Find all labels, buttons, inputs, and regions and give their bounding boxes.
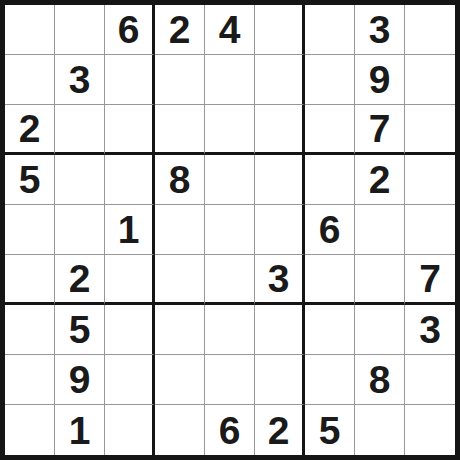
sudoku-cell-r5c8[interactable]: [355, 205, 405, 255]
sudoku-cell-r1c2[interactable]: [55, 5, 105, 55]
sudoku-cell-r7c4[interactable]: [155, 305, 205, 355]
sudoku-cell-r7c8[interactable]: [355, 305, 405, 355]
sudoku-cell-r1c1[interactable]: [5, 5, 55, 55]
sudoku-cell-r3c6[interactable]: [255, 105, 305, 155]
sudoku-cell-r3c8: 7: [355, 105, 405, 155]
sudoku-cell-r6c6: 3: [255, 255, 305, 305]
sudoku-cell-r4c7[interactable]: [305, 155, 355, 205]
sudoku-cell-r6c5[interactable]: [205, 255, 255, 305]
sudoku-cell-r7c7[interactable]: [305, 305, 355, 355]
sudoku-cell-r9c5: 6: [205, 405, 255, 455]
sudoku-cell-r1c6[interactable]: [255, 5, 305, 55]
sudoku-cell-r9c9[interactable]: [405, 405, 455, 455]
sudoku-cell-r3c2[interactable]: [55, 105, 105, 155]
sudoku-cell-r4c5[interactable]: [205, 155, 255, 205]
sudoku-cell-r3c9[interactable]: [405, 105, 455, 155]
sudoku-cell-r6c1[interactable]: [5, 255, 55, 305]
sudoku-cell-r2c9[interactable]: [405, 55, 455, 105]
sudoku-cell-r2c5[interactable]: [205, 55, 255, 105]
sudoku-cell-r5c1[interactable]: [5, 205, 55, 255]
sudoku-cell-r4c2[interactable]: [55, 155, 105, 205]
sudoku-cell-r3c7[interactable]: [305, 105, 355, 155]
sudoku-cell-r2c3[interactable]: [105, 55, 155, 105]
sudoku-cell-r2c2: 3: [55, 55, 105, 105]
sudoku-cell-r2c4[interactable]: [155, 55, 205, 105]
sudoku-cell-r6c2: 2: [55, 255, 105, 305]
sudoku-cell-r4c3[interactable]: [105, 155, 155, 205]
sudoku-cell-r1c9[interactable]: [405, 5, 455, 55]
sudoku-cell-r5c2[interactable]: [55, 205, 105, 255]
sudoku-board: 624339275821623753981625: [0, 0, 460, 460]
sudoku-cell-r5c7: 6: [305, 205, 355, 255]
sudoku-cell-r3c3[interactable]: [105, 105, 155, 155]
sudoku-cell-r3c4[interactable]: [155, 105, 205, 155]
sudoku-cell-r8c2: 9: [55, 355, 105, 405]
sudoku-cell-r2c7[interactable]: [305, 55, 355, 105]
sudoku-cell-r3c1: 2: [5, 105, 55, 155]
sudoku-cell-r9c2: 1: [55, 405, 105, 455]
sudoku-cell-r9c6: 2: [255, 405, 305, 455]
sudoku-cell-r8c7[interactable]: [305, 355, 355, 405]
sudoku-cell-r6c4[interactable]: [155, 255, 205, 305]
sudoku-cell-r8c8: 8: [355, 355, 405, 405]
sudoku-cell-r5c5[interactable]: [205, 205, 255, 255]
sudoku-cell-r9c4[interactable]: [155, 405, 205, 455]
sudoku-cell-r5c3: 1: [105, 205, 155, 255]
sudoku-cell-r5c9[interactable]: [405, 205, 455, 255]
sudoku-cell-r1c3: 6: [105, 5, 155, 55]
sudoku-cell-r7c5[interactable]: [205, 305, 255, 355]
sudoku-cell-r7c6[interactable]: [255, 305, 305, 355]
sudoku-cell-r1c7[interactable]: [305, 5, 355, 55]
sudoku-cell-r2c8: 9: [355, 55, 405, 105]
sudoku-cell-r2c6[interactable]: [255, 55, 305, 105]
sudoku-cell-r6c7[interactable]: [305, 255, 355, 305]
sudoku-cell-r9c1[interactable]: [5, 405, 55, 455]
sudoku-cell-r8c5[interactable]: [205, 355, 255, 405]
sudoku-cell-r7c9: 3: [405, 305, 455, 355]
sudoku-cell-r6c8[interactable]: [355, 255, 405, 305]
sudoku-cell-r4c9[interactable]: [405, 155, 455, 205]
sudoku-cell-r9c8[interactable]: [355, 405, 405, 455]
sudoku-cell-r4c8: 2: [355, 155, 405, 205]
sudoku-cell-r8c3[interactable]: [105, 355, 155, 405]
sudoku-cell-r8c4[interactable]: [155, 355, 205, 405]
sudoku-cell-r6c9: 7: [405, 255, 455, 305]
sudoku-cell-r8c6[interactable]: [255, 355, 305, 405]
sudoku-cell-r9c3[interactable]: [105, 405, 155, 455]
sudoku-cell-r5c4[interactable]: [155, 205, 205, 255]
sudoku-cell-r6c3[interactable]: [105, 255, 155, 305]
sudoku-cell-r7c3[interactable]: [105, 305, 155, 355]
sudoku-cell-r8c9[interactable]: [405, 355, 455, 405]
sudoku-cell-r9c7: 5: [305, 405, 355, 455]
sudoku-cell-r1c4: 2: [155, 5, 205, 55]
sudoku-cell-r1c8: 3: [355, 5, 405, 55]
sudoku-cell-r5c6[interactable]: [255, 205, 305, 255]
sudoku-cell-r4c4: 8: [155, 155, 205, 205]
sudoku-cell-r7c2: 5: [55, 305, 105, 355]
sudoku-cell-r3c5[interactable]: [205, 105, 255, 155]
sudoku-cell-r8c1[interactable]: [5, 355, 55, 405]
sudoku-cell-r1c5: 4: [205, 5, 255, 55]
sudoku-cell-r2c1[interactable]: [5, 55, 55, 105]
sudoku-cell-r7c1[interactable]: [5, 305, 55, 355]
sudoku-cell-r4c1: 5: [5, 155, 55, 205]
sudoku-cell-r4c6[interactable]: [255, 155, 305, 205]
